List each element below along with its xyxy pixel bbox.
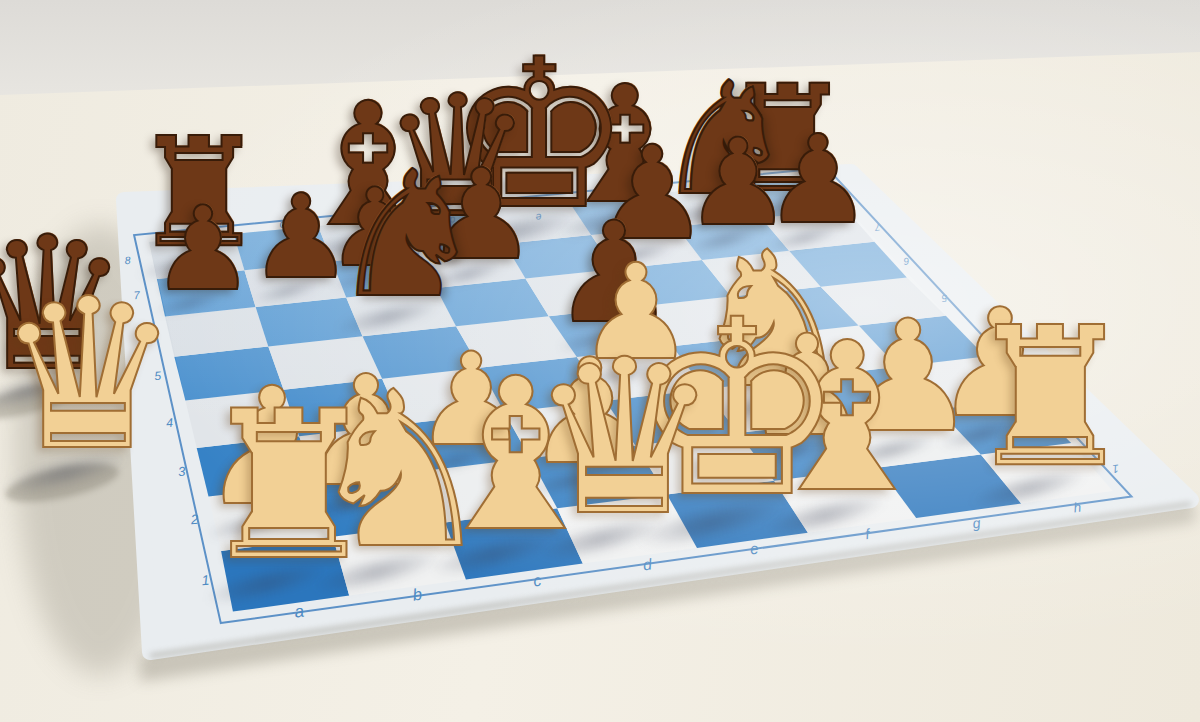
white-rook-a1[interactable]: ♜	[197, 384, 381, 589]
chess-photo-scene: abcdefghabcdefgh1234567812345678 ♜♞♝♚♛♟♟…	[0, 0, 1200, 722]
black-knight-c6[interactable]: ♞	[329, 148, 485, 322]
spare-white-queen[interactable]: ♛	[0, 271, 181, 479]
white-rook-h1[interactable]: ♜	[964, 302, 1136, 494]
